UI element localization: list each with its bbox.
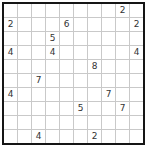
cell-r4c8[interactable] — [102, 46, 115, 59]
cell-r6c1[interactable] — [4, 74, 17, 87]
clue-number: 4 — [8, 90, 14, 99]
clue-number: 2 — [92, 132, 98, 141]
cell-r4c6[interactable] — [74, 46, 87, 59]
cell-r1c2[interactable] — [18, 4, 31, 17]
cell-r4c2[interactable] — [18, 46, 31, 59]
cell-r10c4[interactable] — [46, 130, 59, 143]
cell-r2c3[interactable] — [32, 18, 45, 31]
cell-r1c9[interactable]: 2 — [116, 4, 129, 17]
clue-number: 8 — [92, 62, 98, 71]
cell-r5c1[interactable] — [4, 60, 17, 73]
cell-r6c7[interactable] — [88, 74, 101, 87]
cell-r8c7[interactable] — [88, 102, 101, 115]
cell-r3c7[interactable] — [88, 32, 101, 45]
cell-r5c3[interactable] — [32, 60, 45, 73]
cell-r7c7[interactable] — [88, 88, 101, 101]
cell-r5c4[interactable] — [46, 60, 59, 73]
cell-r3c2[interactable] — [18, 32, 31, 45]
cell-r2c4[interactable] — [46, 18, 59, 31]
cell-r9c10[interactable] — [130, 116, 143, 129]
cell-r4c10[interactable]: 4 — [130, 46, 143, 59]
cell-r1c10[interactable] — [130, 4, 143, 17]
clue-number: 2 — [8, 20, 14, 29]
clue-number: 7 — [36, 76, 42, 85]
cell-r2c2[interactable] — [18, 18, 31, 31]
cell-r5c8[interactable] — [102, 60, 115, 73]
clue-number: 5 — [78, 104, 84, 113]
cell-r7c2[interactable] — [18, 88, 31, 101]
cell-r9c5[interactable] — [60, 116, 73, 129]
cell-r6c6[interactable] — [74, 74, 87, 87]
cell-r3c8[interactable] — [102, 32, 115, 45]
clue-number: 4 — [134, 48, 140, 57]
cell-r3c5[interactable] — [60, 32, 73, 45]
cell-r2c10[interactable]: 2 — [130, 18, 143, 31]
cell-r3c1[interactable] — [4, 32, 17, 45]
puzzle-board: 2262544487475742 — [2, 2, 145, 145]
clue-number: 2 — [120, 6, 126, 15]
cell-r10c3[interactable]: 4 — [32, 130, 45, 143]
cell-r8c10[interactable] — [130, 102, 143, 115]
cell-r10c10[interactable] — [130, 130, 143, 143]
cell-r6c2[interactable] — [18, 74, 31, 87]
cell-r9c6[interactable] — [74, 116, 87, 129]
cell-r8c2[interactable] — [18, 102, 31, 115]
cell-r9c4[interactable] — [46, 116, 59, 129]
cell-r9c2[interactable] — [18, 116, 31, 129]
cell-r3c4[interactable]: 5 — [46, 32, 59, 45]
cell-r5c6[interactable] — [74, 60, 87, 73]
cell-r10c8[interactable] — [102, 130, 115, 143]
cell-r6c9[interactable] — [116, 74, 129, 87]
clue-number: 7 — [120, 104, 126, 113]
cell-r5c5[interactable] — [60, 60, 73, 73]
cell-r9c7[interactable] — [88, 116, 101, 129]
cell-r4c1[interactable]: 4 — [4, 46, 17, 59]
cell-r6c4[interactable] — [46, 74, 59, 87]
cell-r1c4[interactable] — [46, 4, 59, 17]
cell-r8c4[interactable] — [46, 102, 59, 115]
cell-r1c3[interactable] — [32, 4, 45, 17]
cell-r8c1[interactable] — [4, 102, 17, 115]
cell-r9c3[interactable] — [32, 116, 45, 129]
cell-r7c6[interactable] — [74, 88, 87, 101]
clue-number: 6 — [64, 20, 70, 29]
cell-r10c1[interactable] — [4, 130, 17, 143]
cell-r4c9[interactable] — [116, 46, 129, 59]
clue-number: 4 — [50, 48, 56, 57]
cell-r10c6[interactable] — [74, 130, 87, 143]
cell-r8c6[interactable]: 5 — [74, 102, 87, 115]
cell-r1c6[interactable] — [74, 4, 87, 17]
cell-r4c5[interactable] — [60, 46, 73, 59]
clue-number: 4 — [8, 48, 14, 57]
cell-r6c3[interactable]: 7 — [32, 74, 45, 87]
clue-number: 2 — [134, 20, 140, 29]
clue-number: 5 — [50, 34, 56, 43]
cell-r3c9[interactable] — [116, 32, 129, 45]
cell-r3c10[interactable] — [130, 32, 143, 45]
cell-r7c1[interactable]: 4 — [4, 88, 17, 101]
cell-r2c5[interactable]: 6 — [60, 18, 73, 31]
cell-r4c7[interactable] — [88, 46, 101, 59]
cell-r6c5[interactable] — [60, 74, 73, 87]
cell-r10c5[interactable] — [60, 130, 73, 143]
cell-r7c9[interactable] — [116, 88, 129, 101]
cell-r5c7[interactable]: 8 — [88, 60, 101, 73]
cell-r7c10[interactable] — [130, 88, 143, 101]
cell-r9c8[interactable] — [102, 116, 115, 129]
cell-r10c7[interactable]: 2 — [88, 130, 101, 143]
cell-r2c6[interactable] — [74, 18, 87, 31]
cell-r8c9[interactable]: 7 — [116, 102, 129, 115]
cell-r8c8[interactable] — [102, 102, 115, 115]
cell-r2c7[interactable] — [88, 18, 101, 31]
cell-r3c6[interactable] — [74, 32, 87, 45]
cell-r9c9[interactable] — [116, 116, 129, 129]
cell-r8c5[interactable] — [60, 102, 73, 115]
cell-r5c2[interactable] — [18, 60, 31, 73]
cell-r5c9[interactable] — [116, 60, 129, 73]
clue-number: 7 — [106, 90, 112, 99]
cell-r1c7[interactable] — [88, 4, 101, 17]
cell-r3c3[interactable] — [32, 32, 45, 45]
cell-r9c1[interactable] — [4, 116, 17, 129]
cell-r7c5[interactable] — [60, 88, 73, 101]
clue-number: 4 — [36, 132, 42, 141]
cell-r2c9[interactable] — [116, 18, 129, 31]
cell-r1c5[interactable] — [60, 4, 73, 17]
cell-r5c10[interactable] — [130, 60, 143, 73]
cell-r2c1[interactable]: 2 — [4, 18, 17, 31]
cell-r10c9[interactable] — [116, 130, 129, 143]
cell-r7c4[interactable] — [46, 88, 59, 101]
cell-r4c3[interactable] — [32, 46, 45, 59]
cell-r8c3[interactable] — [32, 102, 45, 115]
cell-r7c8[interactable]: 7 — [102, 88, 115, 101]
cell-r10c2[interactable] — [18, 130, 31, 143]
cell-r2c8[interactable] — [102, 18, 115, 31]
cell-r1c8[interactable] — [102, 4, 115, 17]
cell-r6c8[interactable] — [102, 74, 115, 87]
cell-r6c10[interactable] — [130, 74, 143, 87]
cell-r1c1[interactable] — [4, 4, 17, 17]
cell-r4c4[interactable]: 4 — [46, 46, 59, 59]
cell-r7c3[interactable] — [32, 88, 45, 101]
